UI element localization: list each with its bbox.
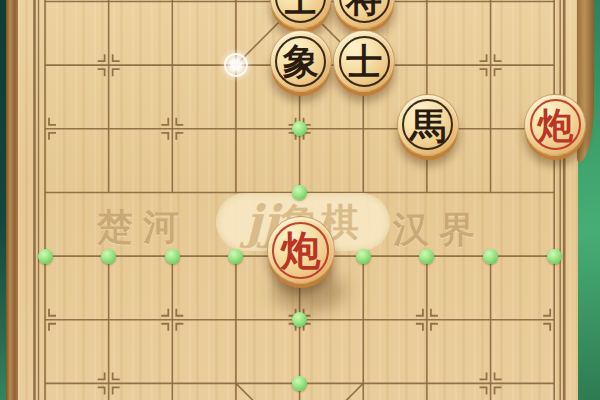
piece-character: 炮 [537,95,573,155]
piece-character: 士 [283,0,319,28]
move-hint-dot[interactable] [356,249,371,264]
move-hint-dot[interactable] [292,185,307,200]
piece-black-elephant[interactable]: 象 [270,30,332,92]
piece-character: 炮 [281,217,321,283]
move-hint-dot[interactable] [101,249,116,264]
piece-character: 馬 [410,95,446,155]
move-hint-dot[interactable] [292,376,307,391]
move-hint-dot[interactable] [483,249,498,264]
piece-character: 士 [346,31,382,91]
move-hint-dot[interactable] [419,249,434,264]
piece-red-cannon[interactable]: 炮 [524,94,586,156]
move-hint-dot[interactable] [38,249,53,264]
piece-red-cannon-selected[interactable]: 炮 [267,216,335,284]
move-hint-dot[interactable] [165,249,180,264]
piece-black-advisor[interactable]: 士 [333,30,395,92]
piece-character: 象 [283,31,319,91]
highlight-glow-marker [218,47,254,83]
move-hint-dot[interactable] [228,249,243,264]
xiangqi-game-screen: 楚河 jj 象棋 汉界 士将象士馬炮炮 [0,0,600,400]
river-label-han-jie: 汉界 [393,206,485,255]
piece-black-horse[interactable]: 馬 [397,94,459,156]
piece-character: 将 [346,0,382,28]
move-hint-dot[interactable] [547,249,562,264]
river-label-chu-he: 楚河 [97,203,189,252]
